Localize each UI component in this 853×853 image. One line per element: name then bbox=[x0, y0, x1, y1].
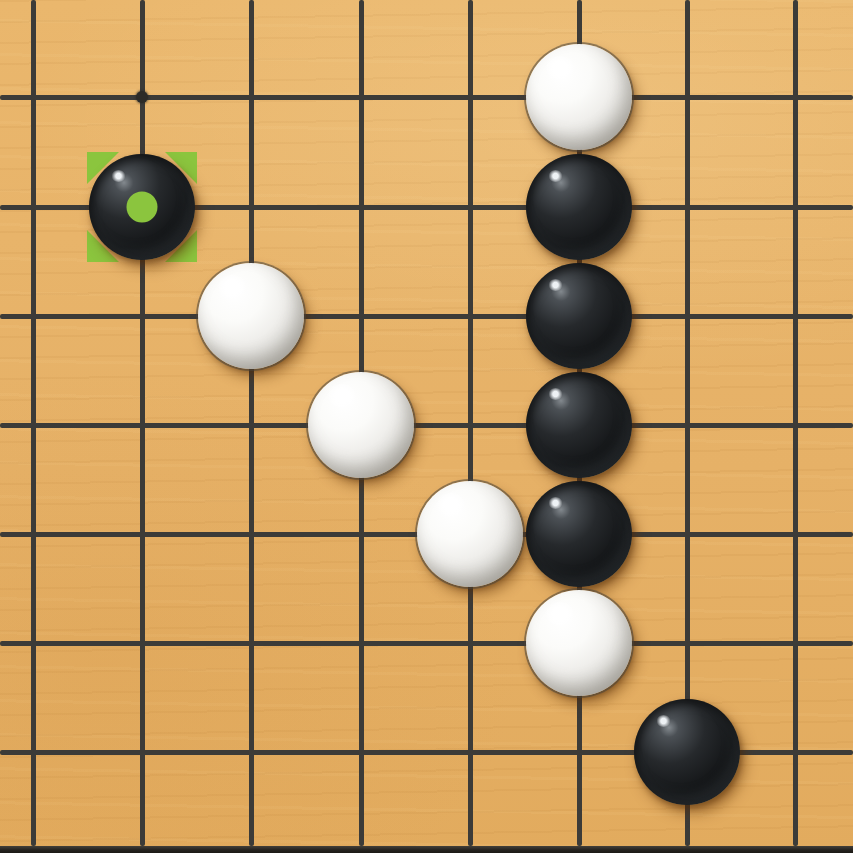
grid-line-horizontal bbox=[0, 95, 853, 100]
grid-line-horizontal bbox=[0, 314, 853, 319]
white-stone bbox=[417, 481, 523, 587]
white-stone bbox=[198, 263, 304, 369]
white-stone bbox=[526, 590, 632, 696]
black-stone bbox=[526, 263, 632, 369]
go-app-screenshot bbox=[0, 0, 853, 853]
board-bottom-edge bbox=[0, 846, 853, 853]
black-stone bbox=[526, 481, 632, 587]
grid-line-horizontal bbox=[0, 641, 853, 646]
white-stone bbox=[526, 44, 632, 150]
go-board[interactable] bbox=[0, 0, 853, 853]
black-stone bbox=[634, 699, 740, 805]
black-stone bbox=[526, 372, 632, 478]
grid-line-horizontal bbox=[0, 423, 853, 428]
black-stone bbox=[526, 154, 632, 260]
white-stone bbox=[308, 372, 414, 478]
star-point bbox=[136, 91, 148, 103]
black-stone bbox=[89, 154, 195, 260]
